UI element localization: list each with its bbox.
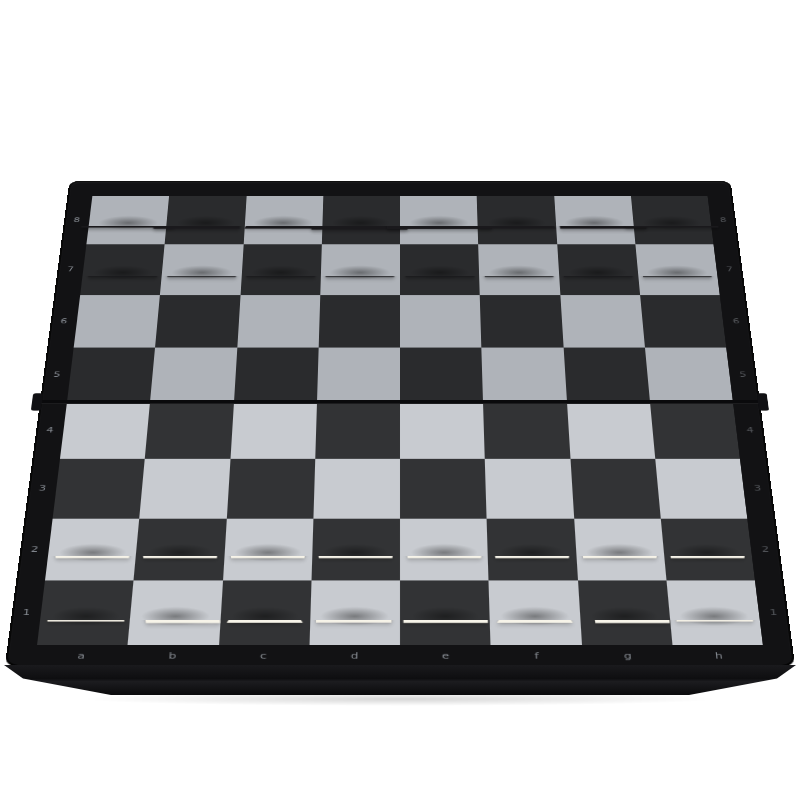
- file-labels: abcdefgh: [34, 645, 765, 667]
- rank-label-8: 8: [64, 217, 90, 223]
- rank-label-4: 4: [36, 426, 64, 434]
- chess-board: abcdefgh 87654321 87654321 ♜♞♝♛♚♝♞♜♟♟♟♟♟…: [5, 181, 795, 667]
- board-fold-seam: [38, 400, 763, 404]
- file-label-h: h: [673, 651, 765, 660]
- rank-label-right-6: 6: [723, 317, 750, 324]
- rank-label-right-4: 4: [736, 426, 764, 434]
- rank-label-6: 6: [50, 317, 77, 324]
- board-shadow: [80, 692, 720, 706]
- piece-white-rook-h1[interactable]: ♜: [666, 580, 763, 645]
- board-front-edge: [4, 665, 796, 695]
- file-label-d: d: [309, 651, 400, 660]
- chess-set-photo: abcdefgh 87654321 87654321 ♜♞♝♛♚♝♞♜♟♟♟♟♟…: [0, 0, 800, 800]
- file-label-g: g: [582, 651, 674, 660]
- file-label-c: c: [218, 651, 309, 660]
- piece-black-pawn-h7[interactable]: ♟: [635, 245, 720, 295]
- right-hinge: [757, 393, 769, 410]
- pieces-layer: ♜♞♝♛♚♝♞♜♟♟♟♟♟♟♟♟♟♟♟♟♟♟♟♟♜♞♝♛♚♝♞♜: [37, 196, 763, 645]
- rank-label-right-5: 5: [729, 371, 757, 378]
- file-label-a: a: [35, 651, 127, 660]
- file-label-e: e: [400, 651, 491, 660]
- rank-label-7: 7: [57, 266, 84, 273]
- rank-label-5: 5: [43, 371, 71, 378]
- file-label-f: f: [491, 651, 582, 660]
- file-label-b: b: [126, 651, 218, 660]
